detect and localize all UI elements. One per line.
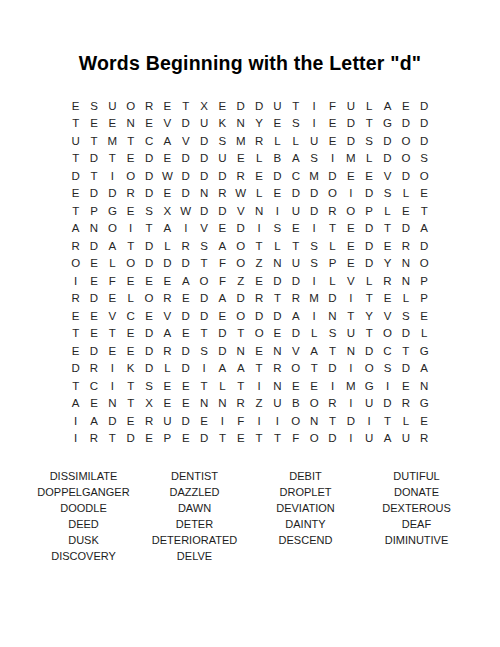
grid-cell-r13c11: D <box>250 307 268 325</box>
grid-cell-r20c13: F <box>287 430 305 448</box>
grid-cell-r16c2: R <box>85 360 103 378</box>
grid-cell-r6c13: D <box>287 185 305 203</box>
grid-cell-r9c12: L <box>268 237 286 255</box>
grid-cell-r18c15: R <box>323 395 341 413</box>
grid-cell-r8c16: E <box>342 220 360 238</box>
grid-cell-r13c12: D <box>268 307 286 325</box>
grid-cell-r2c18: G <box>378 115 396 133</box>
grid-cell-r12c10: D <box>232 290 250 308</box>
word-list-item: DETERIORATED <box>139 532 250 548</box>
grid-cell-r11c5: E <box>140 272 158 290</box>
grid-cell-r3c14: U <box>305 132 323 150</box>
grid-cell-r20c20: R <box>415 430 433 448</box>
grid-cell-r9c6: L <box>158 237 176 255</box>
grid-cell-r20c11: T <box>250 430 268 448</box>
grid-cell-r7c8: D <box>195 202 213 220</box>
grid-cell-r16c11: T <box>250 360 268 378</box>
grid-cell-r6c15: O <box>323 185 341 203</box>
grid-cell-r12c15: D <box>323 290 341 308</box>
grid-cell-r13c18: V <box>378 307 396 325</box>
grid-cell-r20c16: I <box>342 430 360 448</box>
grid-cell-r20c3: T <box>103 430 121 448</box>
grid-cell-r9c18: E <box>378 237 396 255</box>
grid-cell-r10c7: D <box>177 255 195 273</box>
word-list-item: DAINTY <box>250 516 361 532</box>
grid-cell-r7c7: W <box>177 202 195 220</box>
grid-cell-r15c2: D <box>85 342 103 360</box>
grid-cell-r7c19: E <box>397 202 415 220</box>
grid-cell-r5c9: D <box>213 167 231 185</box>
grid-cell-r13c19: S <box>397 307 415 325</box>
grid-cell-r2c1: T <box>67 115 85 133</box>
grid-cell-r11c7: A <box>177 272 195 290</box>
grid-cell-r18c16: I <box>342 395 360 413</box>
grid-cell-r17c7: E <box>177 377 195 395</box>
grid-cell-r19c20: E <box>415 412 433 430</box>
grid-cell-r10c15: P <box>323 255 341 273</box>
grid-cell-r14c3: T <box>103 325 121 343</box>
grid-cell-r12c1: R <box>67 290 85 308</box>
grid-cell-r6c18: S <box>378 185 396 203</box>
grid-cell-r5c6: W <box>158 167 176 185</box>
grid-cell-r10c11: Z <box>250 255 268 273</box>
grid-cell-r3c2: T <box>85 132 103 150</box>
grid-cell-r13c10: O <box>232 307 250 325</box>
grid-cell-r13c1: E <box>67 307 85 325</box>
grid-cell-r19c17: I <box>360 412 378 430</box>
grid-cell-r20c8: D <box>195 430 213 448</box>
grid-cell-r1c18: A <box>378 97 396 115</box>
grid-cell-r19c5: R <box>140 412 158 430</box>
grid-cell-r3c19: O <box>397 132 415 150</box>
grid-cell-r16c16: I <box>342 360 360 378</box>
word-list-item: DAZZLED <box>139 484 250 500</box>
grid-cell-r1c7: T <box>177 97 195 115</box>
grid-cell-r11c19: N <box>397 272 415 290</box>
grid-cell-r20c1: I <box>67 430 85 448</box>
grid-cell-r19c19: L <box>397 412 415 430</box>
grid-cell-r18c19: R <box>397 395 415 413</box>
grid-cell-r5c20: O <box>415 167 433 185</box>
grid-cell-r16c1: D <box>67 360 85 378</box>
grid-cell-r3c9: S <box>213 132 231 150</box>
grid-cell-r13c15: N <box>323 307 341 325</box>
grid-cell-r13c9: E <box>213 307 231 325</box>
grid-cell-r5c10: R <box>232 167 250 185</box>
grid-cell-r3c12: L <box>268 132 286 150</box>
grid-cell-r4c14: S <box>305 150 323 168</box>
grid-cell-r3c17: S <box>360 132 378 150</box>
grid-cell-r8c13: E <box>287 220 305 238</box>
grid-cell-r8c11: I <box>250 220 268 238</box>
grid-cell-r18c18: D <box>378 395 396 413</box>
puzzle-title: Words Beginning with the Letter "d" <box>0 0 500 75</box>
grid-cell-r3c5: C <box>140 132 158 150</box>
grid-cell-r4c13: A <box>287 150 305 168</box>
grid-cell-r18c2: E <box>85 395 103 413</box>
grid-cell-r18c8: N <box>195 395 213 413</box>
grid-cell-r12c3: E <box>103 290 121 308</box>
grid-cell-r1c5: R <box>140 97 158 115</box>
grid-cell-r5c11: E <box>250 167 268 185</box>
grid-cell-r2c4: N <box>122 115 140 133</box>
grid-cell-r11c4: E <box>122 272 140 290</box>
grid-cell-r12c2: D <box>85 290 103 308</box>
word-list-item: DESCEND <box>250 532 361 548</box>
grid-cell-r2c15: E <box>323 115 341 133</box>
grid-cell-r12c20: P <box>415 290 433 308</box>
grid-cell-r14c10: T <box>232 325 250 343</box>
word-list-item: DEED <box>28 516 139 532</box>
grid-cell-r15c3: E <box>103 342 121 360</box>
grid-cell-r14c7: E <box>177 325 195 343</box>
grid-cell-r4c1: T <box>67 150 85 168</box>
grid-cell-r11c13: D <box>287 272 305 290</box>
grid-cell-r9c5: D <box>140 237 158 255</box>
grid-cell-r12c8: D <box>195 290 213 308</box>
grid-cell-r4c12: B <box>268 150 286 168</box>
grid-cell-r2c14: I <box>305 115 323 133</box>
word-list-item: DENTIST <box>139 468 250 484</box>
grid-cell-r10c20: O <box>415 255 433 273</box>
grid-cell-r10c8: T <box>195 255 213 273</box>
grid-cell-r6c16: I <box>342 185 360 203</box>
grid-cell-r9c9: A <box>213 237 231 255</box>
grid-cell-r16c19: D <box>397 360 415 378</box>
grid-cell-r9c7: R <box>177 237 195 255</box>
grid-cell-r17c12: N <box>268 377 286 395</box>
grid-cell-r11c18: R <box>378 272 396 290</box>
grid-cell-r11c15: L <box>323 272 341 290</box>
grid-cell-r1c17: L <box>360 97 378 115</box>
grid-cell-r9c17: D <box>360 237 378 255</box>
grid-cell-r7c4: E <box>122 202 140 220</box>
grid-cell-r19c11: I <box>250 412 268 430</box>
grid-cell-r3c4: T <box>122 132 140 150</box>
grid-cell-r13c14: I <box>305 307 323 325</box>
grid-cell-r10c19: N <box>397 255 415 273</box>
grid-cell-r19c9: I <box>213 412 231 430</box>
grid-cell-r16c5: D <box>140 360 158 378</box>
grid-cell-r19c1: I <box>67 412 85 430</box>
grid-cell-r19c15: T <box>323 412 341 430</box>
grid-cell-r9c16: E <box>342 237 360 255</box>
grid-cell-r20c7: E <box>177 430 195 448</box>
grid-cell-r13c6: V <box>158 307 176 325</box>
grid-cell-r8c4: I <box>122 220 140 238</box>
grid-cell-r2c8: U <box>195 115 213 133</box>
grid-cell-r17c13: E <box>287 377 305 395</box>
grid-cell-r4c18: D <box>378 150 396 168</box>
grid-cell-r19c6: U <box>158 412 176 430</box>
grid-cell-r20c17: U <box>360 430 378 448</box>
word-list-column-2: DENTISTDAZZLEDDAWNDETERDETERIORATEDDELVE <box>139 468 250 564</box>
grid-cell-r7c20: T <box>415 202 433 220</box>
grid-cell-r3c20: D <box>415 132 433 150</box>
grid-cell-r4c20: S <box>415 150 433 168</box>
grid-cell-r14c5: D <box>140 325 158 343</box>
word-list-item: DETER <box>139 516 250 532</box>
grid-cell-r12c16: I <box>342 290 360 308</box>
grid-cell-r4c6: E <box>158 150 176 168</box>
grid-cell-r8c15: T <box>323 220 341 238</box>
grid-cell-r7c9: D <box>213 202 231 220</box>
grid-cell-r17c14: E <box>305 377 323 395</box>
grid-cell-r9c2: D <box>85 237 103 255</box>
grid-cell-r16c13: O <box>287 360 305 378</box>
grid-cell-r9c13: T <box>287 237 305 255</box>
grid-cell-r4c7: D <box>177 150 195 168</box>
grid-cell-r16c18: S <box>378 360 396 378</box>
grid-cell-r19c7: D <box>177 412 195 430</box>
grid-cell-r6c9: R <box>213 185 231 203</box>
grid-cell-r19c16: D <box>342 412 360 430</box>
grid-cell-r19c4: E <box>122 412 140 430</box>
grid-cell-r12c13: R <box>287 290 305 308</box>
grid-cell-r2c2: E <box>85 115 103 133</box>
grid-cell-r16c20: A <box>415 360 433 378</box>
grid-cell-r11c12: D <box>268 272 286 290</box>
grid-cell-r3c10: M <box>232 132 250 150</box>
grid-cell-r12c6: R <box>158 290 176 308</box>
grid-cell-r19c18: T <box>378 412 396 430</box>
grid-cell-r4c8: D <box>195 150 213 168</box>
grid-cell-r20c15: D <box>323 430 341 448</box>
grid-cell-r6c17: D <box>360 185 378 203</box>
grid-cell-r7c15: R <box>323 202 341 220</box>
grid-cell-r17c16: M <box>342 377 360 395</box>
grid-cell-r14c6: A <box>158 325 176 343</box>
grid-cell-r19c12: I <box>268 412 286 430</box>
word-list-item: DOODLE <box>28 500 139 516</box>
grid-cell-r19c13: O <box>287 412 305 430</box>
grid-cell-r12c19: L <box>397 290 415 308</box>
grid-cell-r6c8: N <box>195 185 213 203</box>
grid-cell-r8c20: A <box>415 220 433 238</box>
grid-cell-r14c14: L <box>305 325 323 343</box>
grid-cell-r11c8: O <box>195 272 213 290</box>
word-list-item: DEAF <box>361 516 472 532</box>
grid-cell-r14c17: T <box>360 325 378 343</box>
grid-cell-r5c1: D <box>67 167 85 185</box>
grid-cell-r3c3: M <box>103 132 121 150</box>
grid-cell-r4c17: L <box>360 150 378 168</box>
grid-cell-r15c7: D <box>177 342 195 360</box>
grid-cell-r10c16: E <box>342 255 360 273</box>
grid-cell-r8c2: N <box>85 220 103 238</box>
grid-cell-r2c3: E <box>103 115 121 133</box>
grid-cell-r5c19: D <box>397 167 415 185</box>
grid-cell-r15c6: R <box>158 342 176 360</box>
grid-cell-r9c4: T <box>122 237 140 255</box>
grid-cell-r7c12: I <box>268 202 286 220</box>
grid-cell-r8c19: D <box>397 220 415 238</box>
grid-cell-r4c2: D <box>85 150 103 168</box>
grid-cell-r12c4: L <box>122 290 140 308</box>
grid-cell-r14c11: O <box>250 325 268 343</box>
grid-cell-r17c8: T <box>195 377 213 395</box>
grid-cell-r1c14: I <box>305 97 323 115</box>
grid-cell-r10c4: O <box>122 255 140 273</box>
grid-cell-r5c7: D <box>177 167 195 185</box>
grid-cell-r9c10: O <box>232 237 250 255</box>
grid-cell-r17c11: I <box>250 377 268 395</box>
grid-cell-r2c20: D <box>415 115 433 133</box>
grid-cell-r10c14: S <box>305 255 323 273</box>
grid-cell-r18c17: U <box>360 395 378 413</box>
grid-cell-r7c5: S <box>140 202 158 220</box>
grid-cell-r8c10: D <box>232 220 250 238</box>
grid-cell-r5c17: E <box>360 167 378 185</box>
grid-cell-r13c5: E <box>140 307 158 325</box>
word-list-item: DELVE <box>139 548 250 564</box>
word-list-item: DUSK <box>28 532 139 548</box>
grid-cell-r17c3: I <box>103 377 121 395</box>
grid-cell-r10c3: L <box>103 255 121 273</box>
grid-cell-r1c15: F <box>323 97 341 115</box>
grid-cell-r4c11: L <box>250 150 268 168</box>
grid-cell-r17c6: E <box>158 377 176 395</box>
grid-cell-r18c4: T <box>122 395 140 413</box>
grid-cell-r13c3: V <box>103 307 121 325</box>
grid-cell-r17c18: I <box>378 377 396 395</box>
grid-cell-r1c16: U <box>342 97 360 115</box>
grid-cell-r17c20: N <box>415 377 433 395</box>
grid-cell-r20c14: O <box>305 430 323 448</box>
grid-cell-r17c19: E <box>397 377 415 395</box>
grid-cell-r20c19: U <box>397 430 415 448</box>
grid-cell-r6c19: L <box>397 185 415 203</box>
grid-cell-r18c5: X <box>140 395 158 413</box>
grid-cell-r2c16: D <box>342 115 360 133</box>
grid-cell-r14c15: S <box>323 325 341 343</box>
grid-cell-r4c10: E <box>232 150 250 168</box>
grid-cell-r7c1: T <box>67 202 85 220</box>
grid-cell-r7c13: U <box>287 202 305 220</box>
grid-cell-r15c18: C <box>378 342 396 360</box>
grid-cell-r18c14: O <box>305 395 323 413</box>
grid-cell-r18c20: G <box>415 395 433 413</box>
grid-cell-r18c6: E <box>158 395 176 413</box>
grid-cell-r1c8: X <box>195 97 213 115</box>
grid-cell-r5c8: D <box>195 167 213 185</box>
grid-cell-r19c3: D <box>103 412 121 430</box>
word-list: DISSIMILATEDOPPELGANGERDOODLEDEEDDUSKDIS… <box>28 468 472 564</box>
grid-cell-r2c7: D <box>177 115 195 133</box>
grid-cell-r11c2: E <box>85 272 103 290</box>
grid-cell-r2c13: S <box>287 115 305 133</box>
grid-cell-r17c10: T <box>232 377 250 395</box>
grid-cell-r6c2: D <box>85 185 103 203</box>
grid-cell-r4c4: E <box>122 150 140 168</box>
grid-cell-r3c15: E <box>323 132 341 150</box>
grid-cell-r14c1: T <box>67 325 85 343</box>
grid-cell-r15c9: D <box>213 342 231 360</box>
grid-cell-r1c3: U <box>103 97 121 115</box>
grid-cell-r11c9: F <box>213 272 231 290</box>
grid-cell-r1c19: E <box>397 97 415 115</box>
grid-cell-r5c13: C <box>287 167 305 185</box>
grid-cell-r8c8: V <box>195 220 213 238</box>
grid-cell-r9c3: A <box>103 237 121 255</box>
grid-cell-r3c16: D <box>342 132 360 150</box>
grid-cell-r16c3: I <box>103 360 121 378</box>
grid-cell-r8c12: S <box>268 220 286 238</box>
grid-cell-r20c4: D <box>122 430 140 448</box>
grid-cell-r2c11: Y <box>250 115 268 133</box>
grid-cell-r14c2: E <box>85 325 103 343</box>
grid-cell-r13c13: A <box>287 307 305 325</box>
grid-cell-r11c20: P <box>415 272 433 290</box>
grid-cell-r20c6: P <box>158 430 176 448</box>
grid-cell-r19c10: F <box>232 412 250 430</box>
grid-cell-r10c9: F <box>213 255 231 273</box>
grid-cell-r2c6: V <box>158 115 176 133</box>
grid-cell-r14c4: E <box>122 325 140 343</box>
grid-cell-r4c3: T <box>103 150 121 168</box>
grid-cell-r12c14: M <box>305 290 323 308</box>
grid-cell-r16c15: D <box>323 360 341 378</box>
grid-cell-r20c10: E <box>232 430 250 448</box>
grid-cell-r16c17: O <box>360 360 378 378</box>
grid-cell-r5c18: V <box>378 167 396 185</box>
grid-cell-r6c20: E <box>415 185 433 203</box>
grid-cell-r2c17: T <box>360 115 378 133</box>
grid-cell-r10c1: O <box>67 255 85 273</box>
word-list-item: DOPPELGANGER <box>28 484 139 500</box>
grid-cell-r2c10: N <box>232 115 250 133</box>
grid-cell-r1c13: T <box>287 97 305 115</box>
grid-cell-r1c10: D <box>232 97 250 115</box>
grid-cell-r17c4: T <box>122 377 140 395</box>
grid-cell-r7c6: X <box>158 202 176 220</box>
grid-cell-r1c9: E <box>213 97 231 115</box>
grid-cell-r19c2: A <box>85 412 103 430</box>
grid-cell-r14c8: T <box>195 325 213 343</box>
grid-cell-r20c18: A <box>378 430 396 448</box>
grid-cell-r20c5: E <box>140 430 158 448</box>
grid-cell-r2c19: D <box>397 115 415 133</box>
grid-cell-r1c4: O <box>122 97 140 115</box>
grid-cell-r8c18: T <box>378 220 396 238</box>
grid-cell-r4c15: I <box>323 150 341 168</box>
grid-cell-r1c2: S <box>85 97 103 115</box>
grid-cell-r14c12: E <box>268 325 286 343</box>
grid-cell-r12c9: A <box>213 290 231 308</box>
grid-cell-r6c11: L <box>250 185 268 203</box>
word-list-item: DROPLET <box>250 484 361 500</box>
grid-cell-r13c20: E <box>415 307 433 325</box>
grid-cell-r11c6: E <box>158 272 176 290</box>
grid-cell-r10c10: O <box>232 255 250 273</box>
grid-cell-r4c5: D <box>140 150 158 168</box>
grid-cell-r6c1: E <box>67 185 85 203</box>
grid-cell-r10c18: Y <box>378 255 396 273</box>
word-list-item: DEVIATION <box>250 500 361 516</box>
grid-cell-r18c10: R <box>232 395 250 413</box>
grid-cell-r10c13: U <box>287 255 305 273</box>
grid-cell-r9c1: R <box>67 237 85 255</box>
grid-cell-r15c17: D <box>360 342 378 360</box>
grid-cell-r17c9: L <box>213 377 231 395</box>
grid-cell-r10c17: D <box>360 255 378 273</box>
grid-cell-r2c9: K <box>213 115 231 133</box>
word-list-item: DUTIFUL <box>361 468 472 484</box>
grid-cell-r8c3: O <box>103 220 121 238</box>
grid-cell-r10c5: D <box>140 255 158 273</box>
grid-cell-r15c19: T <box>397 342 415 360</box>
grid-cell-r7c17: P <box>360 202 378 220</box>
